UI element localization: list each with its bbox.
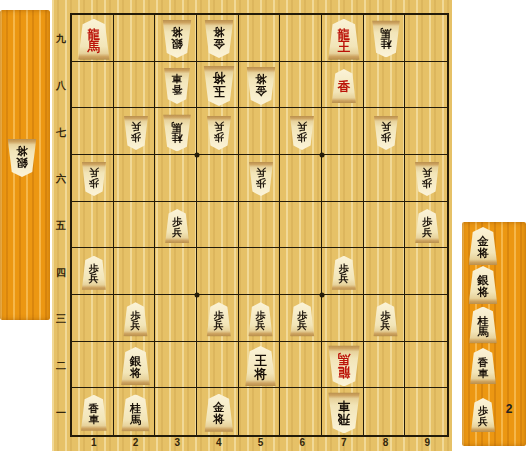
file-label-6: 6: [299, 437, 305, 448]
piece-kanji: 兵: [256, 168, 266, 178]
piece-kanji: 王: [254, 355, 267, 368]
square-4五[interactable]: [197, 202, 239, 249]
square-5一[interactable]: [239, 388, 281, 435]
square-7三[interactable]: [322, 295, 364, 342]
rank-label-5: 五: [56, 219, 66, 233]
piece-kanji: 兵: [131, 321, 141, 331]
square-8二[interactable]: [364, 342, 406, 389]
piece-kanji: 兵: [297, 121, 307, 131]
piece-kanji: 香: [89, 403, 100, 414]
piece-kanji: 龍: [338, 365, 351, 378]
piece-kanji: 車: [478, 368, 489, 379]
white-hand-pawn-count: 2: [506, 402, 513, 416]
piece-kanji: 馬: [380, 27, 391, 38]
piece-kanji: 香: [478, 357, 489, 368]
shogi-game-screenshot: 九八七六五四三二一 123456789 龍馬銀将金将龍王桂馬香車玉将金将香歩兵桂…: [0, 0, 526, 451]
piece-kanji: 歩: [422, 217, 432, 227]
piece-kanji: 歩: [131, 131, 141, 141]
file-label-7: 7: [341, 437, 347, 448]
piece-kanji: 将: [477, 287, 489, 299]
piece-kanji: 兵: [89, 274, 99, 284]
piece-kanji: 車: [338, 398, 351, 411]
piece-kanji: 将: [16, 145, 28, 157]
square-8八[interactable]: [364, 62, 406, 109]
piece-kanji: 将: [213, 26, 225, 38]
piece-kanji: 歩: [339, 264, 349, 274]
square-2六[interactable]: [114, 155, 156, 202]
rank-label-9: 一: [56, 406, 66, 420]
hoshi-dot: [195, 293, 200, 298]
file-label-8: 8: [383, 437, 389, 448]
square-8一[interactable]: [364, 388, 406, 435]
rank-label-3: 七: [56, 126, 66, 140]
square-5九[interactable]: [239, 15, 281, 62]
piece-kanji: 歩: [89, 178, 99, 188]
piece-kanji: 将: [171, 26, 183, 38]
square-9七[interactable]: [405, 108, 447, 155]
square-7五[interactable]: [322, 202, 364, 249]
square-1三[interactable]: [72, 295, 114, 342]
piece-kanji: 将: [130, 368, 142, 380]
piece-kanji: 桂: [380, 38, 391, 49]
rank-label-7: 三: [56, 312, 66, 326]
piece-kanji: 兵: [381, 121, 391, 131]
square-9三[interactable]: [405, 295, 447, 342]
piece-kanji: 将: [254, 368, 267, 381]
piece-kanji: 銀: [171, 38, 183, 50]
piece-kanji: 車: [89, 414, 100, 425]
piece-kanji: 金: [213, 402, 225, 414]
square-9二[interactable]: [405, 342, 447, 389]
piece-kanji: 将: [213, 72, 226, 85]
piece-kanji: 歩: [89, 264, 99, 274]
file-label-3: 3: [174, 437, 180, 448]
square-3二[interactable]: [155, 342, 197, 389]
square-7六[interactable]: [322, 155, 364, 202]
piece-kanji: 王: [338, 41, 351, 54]
square-8五[interactable]: [364, 202, 406, 249]
file-label-9: 9: [424, 437, 430, 448]
piece-kanji: 兵: [89, 168, 99, 178]
piece-kanji: 銀: [16, 157, 28, 169]
square-4四[interactable]: [197, 248, 239, 295]
piece-kanji: 馬: [478, 327, 489, 338]
square-1二[interactable]: [72, 342, 114, 389]
square-1七[interactable]: [72, 108, 114, 155]
piece-kanji: 馬: [130, 414, 141, 425]
square-3六[interactable]: [155, 155, 197, 202]
square-6一[interactable]: [280, 388, 322, 435]
piece-kanji: 兵: [256, 321, 266, 331]
piece-kanji: 馬: [338, 352, 351, 365]
piece-kanji: 歩: [297, 311, 307, 321]
rank-label-2: 八: [56, 79, 66, 93]
square-2四[interactable]: [114, 248, 156, 295]
square-1八[interactable]: [72, 62, 114, 109]
piece-kanji: 飛: [338, 411, 351, 424]
square-3一[interactable]: [155, 388, 197, 435]
square-1五[interactable]: [72, 202, 114, 249]
piece-kanji: 銀: [477, 275, 489, 287]
piece-kanji: 玉: [213, 85, 226, 98]
rank-label-1: 九: [56, 32, 66, 46]
piece-kanji: 歩: [381, 131, 391, 141]
piece-kanji: 将: [213, 414, 225, 426]
piece-kanji: 金: [255, 85, 267, 97]
piece-kanji: 歩: [131, 311, 141, 321]
square-9四[interactable]: [405, 248, 447, 295]
piece-kanji: 歩: [214, 311, 224, 321]
piece-kanji: 兵: [478, 417, 488, 427]
piece-kanji: 将: [255, 73, 267, 85]
file-label-4: 4: [216, 437, 222, 448]
piece-kanji: 香: [338, 81, 351, 94]
piece-kanji: 歩: [256, 178, 266, 188]
square-3四[interactable]: [155, 248, 197, 295]
piece-kanji: 金: [213, 38, 225, 50]
square-3三[interactable]: [155, 295, 197, 342]
square-6五[interactable]: [280, 202, 322, 249]
square-2五[interactable]: [114, 202, 156, 249]
piece-kanji: 兵: [381, 321, 391, 331]
piece-kanji: 歩: [478, 406, 488, 416]
square-9一[interactable]: [405, 388, 447, 435]
piece-kanji: 兵: [131, 121, 141, 131]
square-6四[interactable]: [280, 248, 322, 295]
piece-kanji: 車: [172, 74, 183, 85]
piece-kanji: 兵: [339, 274, 349, 284]
square-2八[interactable]: [114, 62, 156, 109]
file-label-1: 1: [91, 437, 97, 448]
piece-kanji: 歩: [214, 131, 224, 141]
piece-kanji: 兵: [422, 168, 432, 178]
hoshi-dot: [195, 153, 200, 158]
piece-kanji: 桂: [172, 131, 183, 142]
square-8四[interactable]: [364, 248, 406, 295]
hoshi-dot: [320, 153, 325, 158]
square-4二[interactable]: [197, 342, 239, 389]
square-4六[interactable]: [197, 155, 239, 202]
piece-kanji: 銀: [130, 356, 142, 368]
piece-kanji: 歩: [381, 311, 391, 321]
square-7七[interactable]: [322, 108, 364, 155]
piece-kanji: 歩: [172, 217, 182, 227]
piece-kanji: 兵: [214, 321, 224, 331]
file-label-5: 5: [258, 437, 264, 448]
piece-kanji: 馬: [88, 41, 101, 54]
piece-kanji: 金: [477, 236, 489, 248]
piece-kanji: 歩: [297, 131, 307, 141]
piece-kanji: 歩: [256, 311, 266, 321]
rank-label-8: 二: [56, 359, 66, 373]
rank-label-4: 六: [56, 172, 66, 186]
piece-kanji: 馬: [172, 120, 183, 131]
piece-kanji: 兵: [214, 121, 224, 131]
file-label-2: 2: [133, 437, 139, 448]
square-8六[interactable]: [364, 155, 406, 202]
square-2九[interactable]: [114, 15, 156, 62]
square-6二[interactable]: [280, 342, 322, 389]
piece-kanji: 兵: [172, 228, 182, 238]
rank-label-6: 四: [56, 266, 66, 280]
square-6九[interactable]: [280, 15, 322, 62]
hoshi-dot: [320, 293, 325, 298]
square-6八[interactable]: [280, 62, 322, 109]
piece-kanji: 歩: [422, 178, 432, 188]
square-6六[interactable]: [280, 155, 322, 202]
piece-kanji: 兵: [422, 228, 432, 238]
square-9八[interactable]: [405, 62, 447, 109]
square-5五[interactable]: [239, 202, 281, 249]
piece-kanji: 香: [172, 85, 183, 96]
square-5四[interactable]: [239, 248, 281, 295]
square-9九[interactable]: [405, 15, 447, 62]
piece-kanji: 将: [477, 248, 489, 260]
square-5七[interactable]: [239, 108, 281, 155]
piece-kanji: 兵: [297, 321, 307, 331]
